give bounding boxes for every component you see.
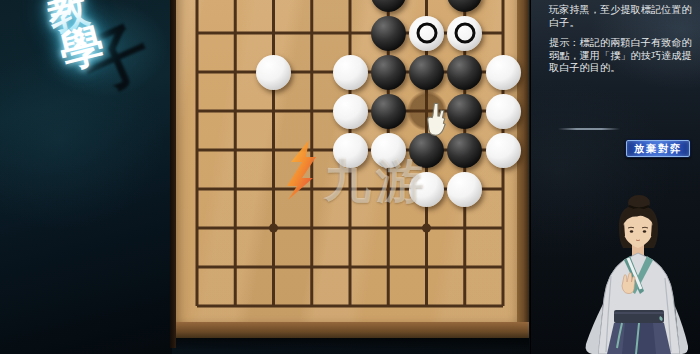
white-stone[interactable] xyxy=(486,133,521,168)
black-stone[interactable] xyxy=(447,94,482,129)
npc-portrait xyxy=(572,194,700,354)
resign-button[interactable]: 放棄對弈 xyxy=(625,139,691,158)
objective-text: 玩家持黑，至少提取標記位置的白子。 xyxy=(549,4,700,29)
white-stone[interactable] xyxy=(333,94,368,129)
left-background: 子 教 學 xyxy=(0,0,172,354)
white-stone[interactable] xyxy=(371,133,406,168)
white-stone[interactable] xyxy=(256,55,291,90)
panel-divider xyxy=(558,128,620,130)
white-stone[interactable] xyxy=(333,133,368,168)
white-stone[interactable] xyxy=(409,172,444,207)
white-stone[interactable] xyxy=(447,172,482,207)
black-stone[interactable] xyxy=(371,16,406,51)
white-stone[interactable] xyxy=(333,55,368,90)
go-board[interactable] xyxy=(170,0,530,354)
black-stone[interactable] xyxy=(409,55,444,90)
black-stone[interactable] xyxy=(371,55,406,90)
white-stone[interactable] xyxy=(486,55,521,90)
black-stone[interactable] xyxy=(447,133,482,168)
white-stone[interactable] xyxy=(486,94,521,129)
white-stone-marked[interactable] xyxy=(409,16,444,51)
hand-cursor-icon xyxy=(421,101,451,139)
black-stone[interactable] xyxy=(371,94,406,129)
black-stone[interactable] xyxy=(447,55,482,90)
white-stone-marked[interactable] xyxy=(447,16,482,51)
go-tutorial-screen: 子 教 學 九游 玩家持黑，至少提取標記位置的白子。 提示：標記的 xyxy=(0,0,700,354)
hint-text: 提示：標記的兩顆白子有致命的弱點，運用「撲」的技巧達成提取白子的目的。 xyxy=(549,37,700,75)
